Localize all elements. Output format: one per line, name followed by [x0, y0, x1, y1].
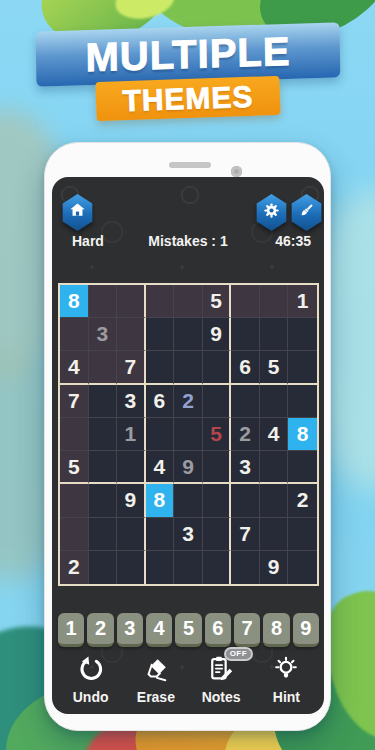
- cell-r4c4[interactable]: 6: [146, 385, 175, 418]
- page-background: MULTIPLE THEMES: [0, 0, 375, 750]
- undo-button[interactable]: Undo: [58, 655, 123, 705]
- cell-r3c5[interactable]: [174, 351, 203, 384]
- cell-r4c8[interactable]: [260, 385, 289, 418]
- cell-r7c5[interactable]: [174, 484, 203, 517]
- cell-r1c2[interactable]: [89, 285, 118, 318]
- eraser-icon: [142, 655, 170, 683]
- cell-r3c8[interactable]: 5: [260, 351, 289, 384]
- cell-r6c7[interactable]: 3: [231, 451, 260, 484]
- cell-r8c4[interactable]: [146, 518, 175, 551]
- cell-r8c1[interactable]: [60, 518, 89, 551]
- undo-icon: [77, 655, 105, 683]
- cell-r4c7[interactable]: [231, 385, 260, 418]
- numpad-7[interactable]: 7: [234, 613, 260, 647]
- cell-r6c3[interactable]: [117, 451, 146, 484]
- cell-r7c6[interactable]: [203, 484, 232, 517]
- cell-r8c6[interactable]: [203, 518, 232, 551]
- cell-r5c4[interactable]: [146, 418, 175, 451]
- numpad-8[interactable]: 8: [263, 613, 289, 647]
- notes-label: Notes: [202, 689, 241, 705]
- cell-r3c7[interactable]: 6: [231, 351, 260, 384]
- cell-r5c9[interactable]: 8: [288, 418, 317, 451]
- cell-r7c8[interactable]: [260, 484, 289, 517]
- numpad-6[interactable]: 6: [205, 613, 231, 647]
- cell-r3c1[interactable]: 4: [60, 351, 89, 384]
- notes-icon: OFF: [207, 655, 235, 683]
- cell-r7c1[interactable]: [60, 484, 89, 517]
- home-button[interactable]: [61, 194, 94, 231]
- cell-r9c4[interactable]: [146, 551, 175, 584]
- cell-r9c5[interactable]: [174, 551, 203, 584]
- undo-label: Undo: [73, 689, 109, 705]
- cell-r7c2[interactable]: [89, 484, 118, 517]
- numpad-1[interactable]: 1: [58, 613, 84, 647]
- cell-r2c4[interactable]: [146, 318, 175, 351]
- erase-label: Erase: [137, 689, 175, 705]
- cell-r4c5[interactable]: 2: [174, 385, 203, 418]
- cell-r1c4[interactable]: [146, 285, 175, 318]
- sudoku-board: 85139476573621524854939823729: [58, 283, 319, 586]
- cell-r6c4[interactable]: 4: [146, 451, 175, 484]
- cell-r5c7[interactable]: 2: [231, 418, 260, 451]
- theme-button[interactable]: [290, 194, 323, 231]
- cell-r5c5[interactable]: [174, 418, 203, 451]
- numpad-2[interactable]: 2: [87, 613, 113, 647]
- home-icon: [68, 201, 87, 224]
- cell-r6c8[interactable]: [260, 451, 289, 484]
- cell-r9c9[interactable]: [288, 551, 317, 584]
- timer: 46:35: [275, 233, 311, 249]
- cell-r1c8[interactable]: [260, 285, 289, 318]
- cell-r8c2[interactable]: [89, 518, 118, 551]
- cell-r5c8[interactable]: 4: [260, 418, 289, 451]
- cell-r6c9[interactable]: [288, 451, 317, 484]
- cell-r3c9[interactable]: [288, 351, 317, 384]
- cell-r8c3[interactable]: [117, 518, 146, 551]
- phone-camera: [231, 166, 242, 177]
- cell-r3c6[interactable]: [203, 351, 232, 384]
- cell-r1c6[interactable]: 5: [203, 285, 232, 318]
- banner-title-bottom: THEMES: [122, 79, 254, 118]
- notes-off-badge: OFF: [224, 647, 254, 661]
- cell-r1c7[interactable]: [231, 285, 260, 318]
- notes-button[interactable]: OFF Notes: [189, 655, 254, 705]
- cell-r2c6[interactable]: 9: [203, 318, 232, 351]
- numpad: 123456789: [58, 613, 319, 647]
- cell-r8c8[interactable]: [260, 518, 289, 551]
- cell-r4c3[interactable]: 3: [117, 385, 146, 418]
- erase-button[interactable]: Erase: [123, 655, 188, 705]
- cell-r6c2[interactable]: [89, 451, 118, 484]
- cell-r8c9[interactable]: [288, 518, 317, 551]
- banner-ribbon-bottom: THEMES: [95, 76, 280, 121]
- cell-r9c1[interactable]: 2: [60, 551, 89, 584]
- cell-r5c1[interactable]: [60, 418, 89, 451]
- phone-speaker: [169, 162, 211, 168]
- cell-r1c1[interactable]: 8: [60, 285, 89, 318]
- cell-r7c9[interactable]: 2: [288, 484, 317, 517]
- cell-r1c5[interactable]: [174, 285, 203, 318]
- cell-r3c4[interactable]: [146, 351, 175, 384]
- cell-r2c5[interactable]: [174, 318, 203, 351]
- cell-r7c3[interactable]: 9: [117, 484, 146, 517]
- cell-r9c3[interactable]: [117, 551, 146, 584]
- cell-r9c2[interactable]: [89, 551, 118, 584]
- banner-title-top: MULTIPLE: [85, 29, 291, 80]
- cell-r2c8[interactable]: [260, 318, 289, 351]
- numpad-4[interactable]: 4: [146, 613, 172, 647]
- cell-r4c2[interactable]: [89, 385, 118, 418]
- cell-r3c2[interactable]: [89, 351, 118, 384]
- cell-r4c6[interactable]: [203, 385, 232, 418]
- cell-r2c3[interactable]: [117, 318, 146, 351]
- cell-r3c3[interactable]: 7: [117, 351, 146, 384]
- cell-r8c5[interactable]: 3: [174, 518, 203, 551]
- cell-r9c8[interactable]: 9: [260, 551, 289, 584]
- cell-r2c7[interactable]: [231, 318, 260, 351]
- cell-r6c6[interactable]: [203, 451, 232, 484]
- gear-icon: [262, 201, 281, 224]
- cell-r9c6[interactable]: [203, 551, 232, 584]
- phone-frame: Hard Mistakes : 1 46:35 8513947657362152…: [44, 142, 331, 731]
- numpad-9[interactable]: 9: [293, 613, 319, 647]
- cell-r4c1[interactable]: 7: [60, 385, 89, 418]
- hint-button[interactable]: Hint: [254, 655, 319, 705]
- toolbar: Undo Erase: [58, 655, 319, 705]
- cell-r8c7[interactable]: 7: [231, 518, 260, 551]
- cell-r4c9[interactable]: [288, 385, 317, 418]
- cell-r7c7[interactable]: [231, 484, 260, 517]
- cell-r5c2[interactable]: [89, 418, 118, 451]
- paint-brush-icon: [297, 201, 316, 224]
- cell-r1c9[interactable]: 1: [288, 285, 317, 318]
- cell-r2c1[interactable]: [60, 318, 89, 351]
- cell-r6c1[interactable]: 5: [60, 451, 89, 484]
- status-bar: Hard Mistakes : 1 46:35: [52, 233, 324, 251]
- app-screen: Hard Mistakes : 1 46:35 8513947657362152…: [52, 177, 324, 714]
- cell-r2c9[interactable]: [288, 318, 317, 351]
- cell-r5c3[interactable]: 1: [117, 418, 146, 451]
- cell-r1c3[interactable]: [117, 285, 146, 318]
- cell-r6c5[interactable]: 9: [174, 451, 203, 484]
- numpad-5[interactable]: 5: [175, 613, 201, 647]
- cell-r7c4[interactable]: 8: [146, 484, 175, 517]
- cell-r9c7[interactable]: [231, 551, 260, 584]
- cell-r5c6[interactable]: 5: [203, 418, 232, 451]
- numpad-3[interactable]: 3: [117, 613, 143, 647]
- cell-r2c2[interactable]: 3: [89, 318, 118, 351]
- hint-bulb-icon: [272, 655, 300, 683]
- settings-button[interactable]: [255, 194, 288, 231]
- hint-label: Hint: [273, 689, 300, 705]
- banner-ribbon-top: MULTIPLE: [36, 22, 341, 87]
